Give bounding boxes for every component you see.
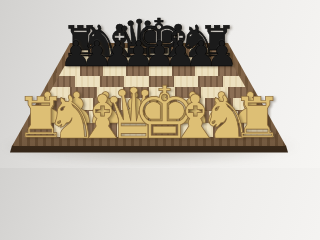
square-f8 (169, 48, 189, 57)
square-b5 (75, 76, 100, 87)
square-d2 (119, 111, 149, 124)
square-c2 (89, 111, 119, 124)
square-f3 (177, 98, 205, 110)
square-c5 (100, 76, 125, 87)
square-b2 (60, 111, 90, 124)
square-e3 (149, 98, 177, 110)
square-g1 (213, 123, 245, 137)
square-d7 (127, 57, 149, 66)
square-f6 (172, 66, 195, 76)
rank-row-8 (68, 48, 230, 57)
square-g8 (190, 48, 210, 57)
square-f7 (171, 57, 193, 66)
square-e4 (149, 87, 175, 98)
square-f2 (179, 111, 209, 124)
square-f5 (174, 76, 199, 87)
square-d8 (129, 48, 149, 57)
square-c7 (106, 57, 128, 66)
square-c3 (93, 98, 121, 110)
rank-row-7 (63, 57, 236, 66)
square-c1 (86, 123, 118, 137)
square-c8 (108, 48, 128, 57)
square-g4 (201, 87, 227, 98)
square-f4 (175, 87, 201, 98)
square-g5 (198, 76, 223, 87)
square-e5 (149, 76, 174, 87)
square-f1 (181, 123, 213, 137)
rank-row-5 (51, 76, 248, 87)
square-d4 (123, 87, 149, 98)
square-g3 (205, 98, 233, 110)
square-d3 (121, 98, 149, 110)
square-d6 (126, 66, 149, 76)
square-e8 (149, 48, 169, 57)
rank-row-2 (30, 111, 268, 124)
square-e6 (149, 66, 172, 76)
square-b6 (80, 66, 103, 76)
rank-row-1 (22, 123, 276, 137)
square-g7 (192, 57, 214, 66)
square-e7 (149, 57, 171, 66)
square-d1 (117, 123, 149, 137)
square-b8 (88, 48, 108, 57)
square-b7 (84, 57, 106, 66)
square-b3 (65, 98, 93, 110)
rank-row-4 (44, 87, 254, 98)
square-b1 (54, 123, 86, 137)
square-e1 (149, 123, 181, 137)
square-b4 (70, 87, 96, 98)
rank-row-3 (37, 98, 261, 110)
square-g6 (195, 66, 218, 76)
square-c6 (103, 66, 126, 76)
rank-row-6 (57, 66, 241, 76)
square-e2 (149, 111, 179, 124)
chessboard-photo: ♜♞♝♛♚♝♞♜♟♟♟♟♟♟♟♟♟♟♟♟♟♟♟♟♜♞♝♛♚♝♞♜ (0, 0, 300, 168)
square-d5 (124, 76, 149, 87)
square-c4 (97, 87, 123, 98)
square-g2 (209, 111, 239, 124)
